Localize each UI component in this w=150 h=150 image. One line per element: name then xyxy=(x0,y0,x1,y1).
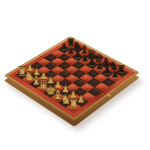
chess-set-photo: ♜♞♝♛♚♝♞♜♟♟♟♟♟♟♟♟♟♟♟♟♟♟♟♟♜♞♝♛♚♝♞♜ xyxy=(0,0,150,150)
piece-glyph: ♟ xyxy=(107,70,123,79)
board-surface: ♜♞♝♛♚♝♞♜♟♟♟♟♟♟♟♟♟♟♟♟♟♟♟♟♜♞♝♛♚♝♞♜ xyxy=(8,38,135,118)
chess-board: ♜♞♝♛♚♝♞♜♟♟♟♟♟♟♟♟♟♟♟♟♟♟♟♟♜♞♝♛♚♝♞♜ xyxy=(4,36,140,121)
piece-glyph: ♜ xyxy=(65,97,82,110)
square-h1: ♜ xyxy=(66,102,81,112)
scene: ♜♞♝♛♚♝♞♜♟♟♟♟♟♟♟♟♟♟♟♟♟♟♟♟♜♞♝♛♚♝♞♜ xyxy=(0,0,150,150)
square-h7: ♟ xyxy=(108,73,122,82)
